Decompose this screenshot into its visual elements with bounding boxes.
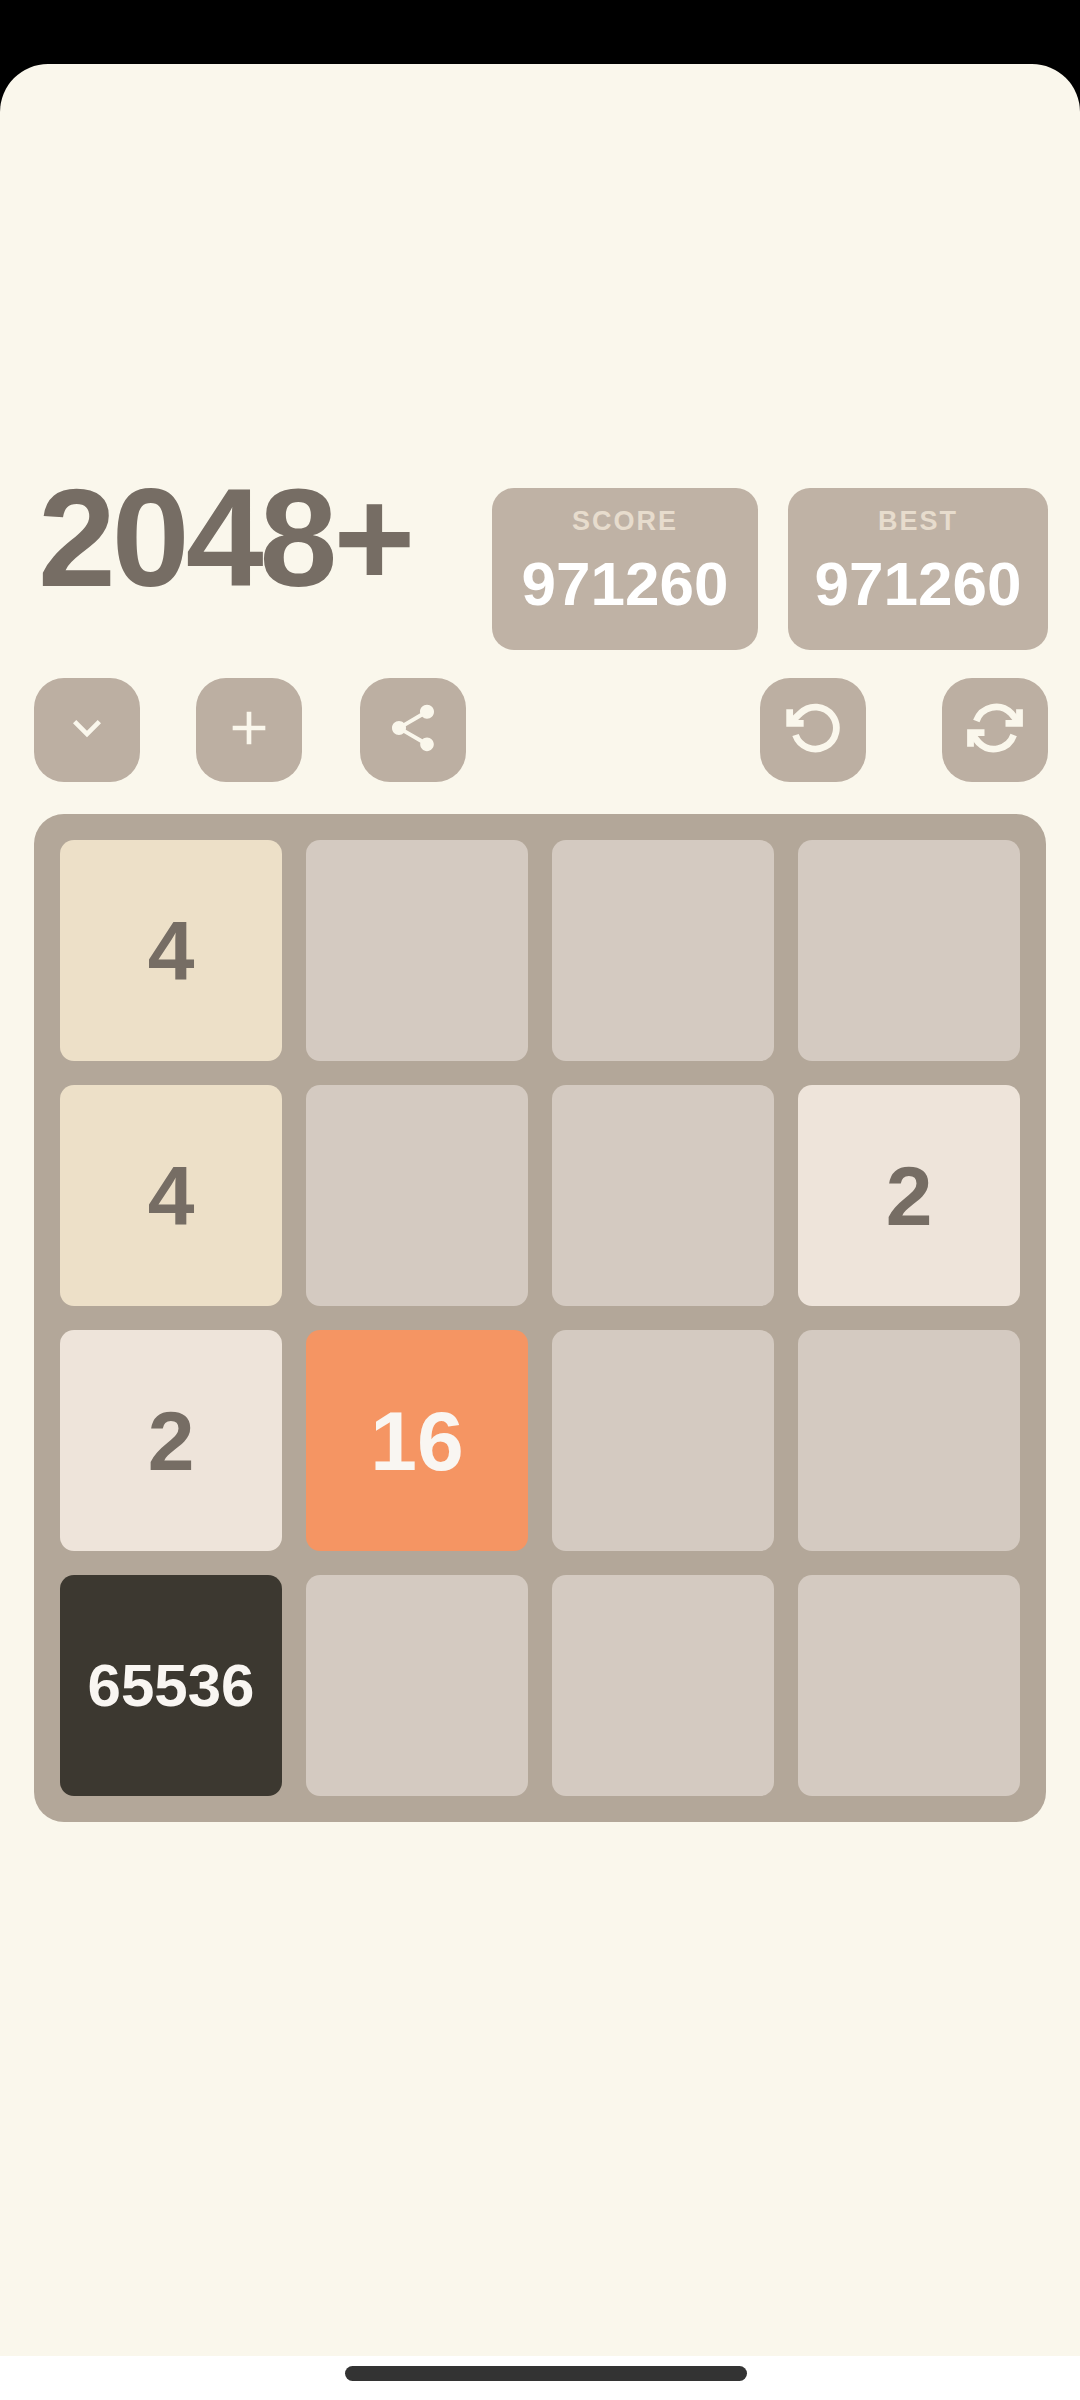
- empty-cell: [798, 1330, 1020, 1551]
- phone-screen: 2048+ SCORE 971260 BEST 971260 442216655…: [0, 0, 1080, 2400]
- collapse-button[interactable]: [34, 678, 140, 782]
- score-box: SCORE 971260: [492, 488, 758, 650]
- tile-4: 4: [60, 1085, 282, 1306]
- empty-cell: [306, 1085, 528, 1306]
- score-label: SCORE: [572, 508, 678, 535]
- empty-cell: [306, 1575, 528, 1796]
- empty-cell: [798, 840, 1020, 1061]
- tile-2: 2: [60, 1330, 282, 1551]
- tile-2: 2: [798, 1085, 1020, 1306]
- undo-icon: [785, 700, 841, 760]
- share-icon: [385, 700, 441, 760]
- new-game-button[interactable]: [196, 678, 302, 782]
- best-value: 971260: [815, 553, 1022, 615]
- plus-icon: [221, 700, 277, 760]
- best-box: BEST 971260: [788, 488, 1048, 650]
- empty-cell: [798, 1575, 1020, 1796]
- home-indicator[interactable]: [345, 2366, 747, 2381]
- empty-cell: [306, 840, 528, 1061]
- game-board[interactable]: 44221665536: [34, 814, 1046, 1822]
- share-button[interactable]: [360, 678, 466, 782]
- chevron-down-icon: [59, 700, 115, 760]
- undo-button[interactable]: [760, 678, 866, 782]
- refresh-icon: [967, 700, 1023, 760]
- empty-cell: [552, 1575, 774, 1796]
- app-title: 2048+: [38, 468, 411, 608]
- best-label: BEST: [878, 508, 958, 535]
- tile-16: 16: [306, 1330, 528, 1551]
- refresh-button[interactable]: [942, 678, 1048, 782]
- empty-cell: [552, 1085, 774, 1306]
- empty-cell: [552, 1330, 774, 1551]
- score-value: 971260: [522, 553, 729, 615]
- tile-65536: 65536: [60, 1575, 282, 1796]
- empty-cell: [552, 840, 774, 1061]
- tile-4: 4: [60, 840, 282, 1061]
